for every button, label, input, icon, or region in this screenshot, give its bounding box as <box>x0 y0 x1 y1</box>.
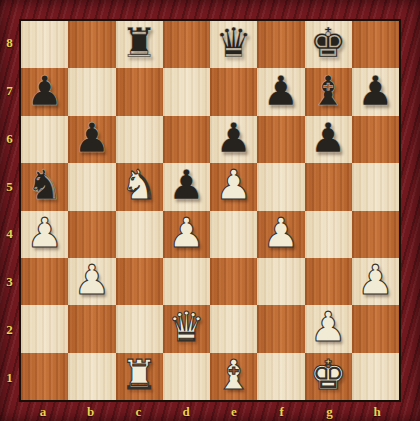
piece-white-king[interactable]: ♚ <box>310 355 347 396</box>
file-label-c: c <box>115 402 163 421</box>
piece-white-pawn[interactable]: ♟ <box>168 213 205 254</box>
square-g5[interactable] <box>305 163 352 210</box>
file-label-d: d <box>162 402 210 421</box>
square-g2[interactable]: ♟ <box>305 305 352 352</box>
piece-white-pawn[interactable]: ♟ <box>215 165 252 206</box>
piece-white-bishop[interactable]: ♝ <box>215 355 252 396</box>
square-c2[interactable] <box>116 305 163 352</box>
square-c1[interactable]: ♜ <box>116 353 163 400</box>
file-labels: abcdefgh <box>19 402 401 421</box>
square-d2[interactable]: ♛ <box>163 305 210 352</box>
rank-label-3: 3 <box>0 258 19 306</box>
square-c5[interactable]: ♞ <box>116 163 163 210</box>
square-g3[interactable] <box>305 258 352 305</box>
square-b4[interactable] <box>68 211 115 258</box>
square-c7[interactable] <box>116 68 163 115</box>
piece-white-pawn[interactable]: ♟ <box>26 213 63 254</box>
file-label-g: g <box>306 402 354 421</box>
square-f8[interactable] <box>257 21 304 68</box>
chess-board: ♜♛♚♟♟♝♟♟♟♟♞♞♟♟♟♟♟♟♟♛♟♜♝♚ <box>19 19 401 402</box>
square-g6[interactable]: ♟ <box>305 116 352 163</box>
square-e5[interactable]: ♟ <box>210 163 257 210</box>
piece-black-king[interactable]: ♚ <box>310 23 347 64</box>
square-a6[interactable] <box>21 116 68 163</box>
rank-label-7: 7 <box>0 67 19 115</box>
square-a3[interactable] <box>21 258 68 305</box>
square-f4[interactable]: ♟ <box>257 211 304 258</box>
piece-black-pawn[interactable]: ♟ <box>357 71 394 112</box>
file-label-b: b <box>67 402 115 421</box>
square-d1[interactable] <box>163 353 210 400</box>
square-g1[interactable]: ♚ <box>305 353 352 400</box>
piece-white-queen[interactable]: ♛ <box>168 307 205 348</box>
piece-black-knight[interactable]: ♞ <box>26 165 63 206</box>
square-f7[interactable]: ♟ <box>257 68 304 115</box>
square-a5[interactable]: ♞ <box>21 163 68 210</box>
square-b3[interactable]: ♟ <box>68 258 115 305</box>
square-f6[interactable] <box>257 116 304 163</box>
square-c8[interactable]: ♜ <box>116 21 163 68</box>
square-h7[interactable]: ♟ <box>352 68 399 115</box>
file-label-h: h <box>353 402 401 421</box>
square-e7[interactable] <box>210 68 257 115</box>
square-b5[interactable] <box>68 163 115 210</box>
square-d8[interactable] <box>163 21 210 68</box>
square-c3[interactable] <box>116 258 163 305</box>
square-e1[interactable]: ♝ <box>210 353 257 400</box>
piece-white-knight[interactable]: ♞ <box>121 165 158 206</box>
square-d6[interactable] <box>163 116 210 163</box>
square-h2[interactable] <box>352 305 399 352</box>
square-b2[interactable] <box>68 305 115 352</box>
rank-label-2: 2 <box>0 306 19 354</box>
rank-label-1: 1 <box>0 354 19 402</box>
piece-white-pawn[interactable]: ♟ <box>73 260 110 301</box>
square-a7[interactable]: ♟ <box>21 68 68 115</box>
square-d3[interactable] <box>163 258 210 305</box>
square-h8[interactable] <box>352 21 399 68</box>
square-e4[interactable] <box>210 211 257 258</box>
square-h6[interactable] <box>352 116 399 163</box>
square-a2[interactable] <box>21 305 68 352</box>
piece-black-pawn[interactable]: ♟ <box>262 71 299 112</box>
file-label-e: e <box>210 402 258 421</box>
piece-black-pawn[interactable]: ♟ <box>310 118 347 159</box>
file-label-a: a <box>19 402 67 421</box>
rank-labels: 87654321 <box>0 19 19 402</box>
square-e2[interactable] <box>210 305 257 352</box>
piece-white-pawn[interactable]: ♟ <box>310 307 347 348</box>
piece-black-pawn[interactable]: ♟ <box>26 71 63 112</box>
piece-black-pawn[interactable]: ♟ <box>168 165 205 206</box>
square-g4[interactable] <box>305 211 352 258</box>
square-g8[interactable]: ♚ <box>305 21 352 68</box>
piece-black-pawn[interactable]: ♟ <box>215 118 252 159</box>
piece-white-pawn[interactable]: ♟ <box>262 213 299 254</box>
board-frame: 87654321 abcdefgh ♜♛♚♟♟♝♟♟♟♟♞♞♟♟♟♟♟♟♟♛♟♜… <box>0 0 420 421</box>
rank-label-4: 4 <box>0 211 19 259</box>
square-h4[interactable] <box>352 211 399 258</box>
square-f5[interactable] <box>257 163 304 210</box>
square-c6[interactable] <box>116 116 163 163</box>
rank-label-5: 5 <box>0 163 19 211</box>
square-b7[interactable] <box>68 68 115 115</box>
square-a4[interactable]: ♟ <box>21 211 68 258</box>
piece-white-rook[interactable]: ♜ <box>121 355 158 396</box>
piece-black-pawn[interactable]: ♟ <box>73 118 110 159</box>
square-f2[interactable] <box>257 305 304 352</box>
square-f3[interactable] <box>257 258 304 305</box>
rank-label-8: 8 <box>0 19 19 67</box>
square-d7[interactable] <box>163 68 210 115</box>
square-g7[interactable]: ♝ <box>305 68 352 115</box>
square-b1[interactable] <box>68 353 115 400</box>
square-b6[interactable]: ♟ <box>68 116 115 163</box>
square-b8[interactable] <box>68 21 115 68</box>
rank-label-6: 6 <box>0 115 19 163</box>
square-e8[interactable]: ♛ <box>210 21 257 68</box>
square-f1[interactable] <box>257 353 304 400</box>
square-c4[interactable] <box>116 211 163 258</box>
piece-black-bishop[interactable]: ♝ <box>310 71 347 112</box>
square-h3[interactable]: ♟ <box>352 258 399 305</box>
file-label-f: f <box>258 402 306 421</box>
square-d4[interactable]: ♟ <box>163 211 210 258</box>
piece-black-queen[interactable]: ♛ <box>215 23 252 64</box>
square-a1[interactable] <box>21 353 68 400</box>
square-e6[interactable]: ♟ <box>210 116 257 163</box>
square-a8[interactable] <box>21 21 68 68</box>
square-h5[interactable] <box>352 163 399 210</box>
piece-white-pawn[interactable]: ♟ <box>357 260 394 301</box>
square-d5[interactable]: ♟ <box>163 163 210 210</box>
square-h1[interactable] <box>352 353 399 400</box>
piece-black-rook[interactable]: ♜ <box>121 23 158 64</box>
square-e3[interactable] <box>210 258 257 305</box>
